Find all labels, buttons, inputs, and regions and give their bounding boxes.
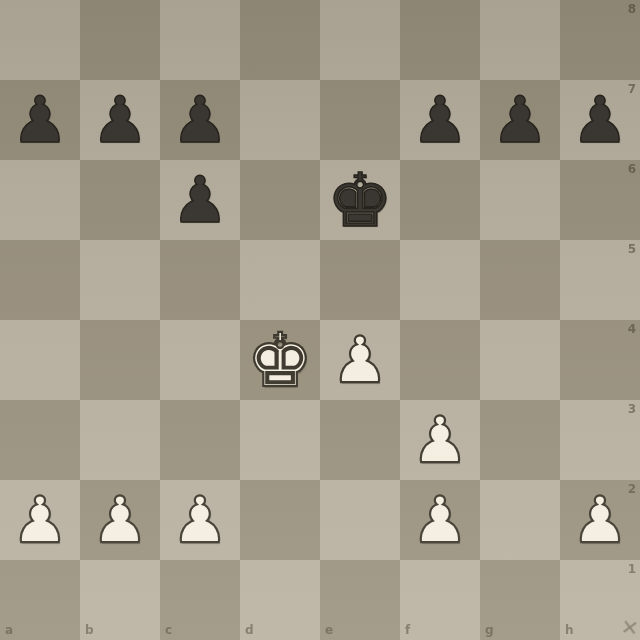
square-e1[interactable]: e (320, 560, 400, 640)
square-d8[interactable] (240, 0, 320, 80)
file-label-g: g (485, 623, 494, 637)
black-pawn[interactable]: ♟ (0, 80, 80, 160)
square-f3[interactable]: ♟ (400, 400, 480, 480)
square-h8[interactable]: 8 (560, 0, 640, 80)
square-d7[interactable] (240, 80, 320, 160)
square-e2[interactable] (320, 480, 400, 560)
square-c8[interactable] (160, 0, 240, 80)
square-a7[interactable]: ♟ (0, 80, 80, 160)
square-c6[interactable]: ♟ (160, 160, 240, 240)
square-g8[interactable] (480, 0, 560, 80)
file-label-h: h (565, 623, 574, 637)
square-f6[interactable] (400, 160, 480, 240)
square-h5[interactable]: 5 (560, 240, 640, 320)
square-g1[interactable]: g (480, 560, 560, 640)
white-pawn[interactable]: ♟ (400, 400, 480, 480)
square-a4[interactable] (0, 320, 80, 400)
square-g2[interactable] (480, 480, 560, 560)
white-pawn[interactable]: ♟ (160, 480, 240, 560)
square-d3[interactable] (240, 400, 320, 480)
square-a1[interactable]: a (0, 560, 80, 640)
square-b8[interactable] (80, 0, 160, 80)
square-b4[interactable] (80, 320, 160, 400)
rank-label-1: 1 (628, 562, 636, 576)
square-c5[interactable] (160, 240, 240, 320)
square-c1[interactable]: c (160, 560, 240, 640)
black-pawn[interactable]: ♟ (160, 160, 240, 240)
square-b2[interactable]: ♟ (80, 480, 160, 560)
square-f4[interactable] (400, 320, 480, 400)
square-d6[interactable] (240, 160, 320, 240)
file-label-e: e (325, 623, 333, 637)
black-king[interactable]: ♚ (320, 160, 400, 240)
square-c7[interactable]: ♟ (160, 80, 240, 160)
square-e7[interactable] (320, 80, 400, 160)
square-d2[interactable] (240, 480, 320, 560)
file-label-f: f (405, 623, 410, 637)
black-pawn[interactable]: ♟ (160, 80, 240, 160)
file-label-d: d (245, 623, 254, 637)
white-pawn[interactable]: ♟ (80, 480, 160, 560)
black-pawn[interactable]: ♟ (400, 80, 480, 160)
square-b5[interactable] (80, 240, 160, 320)
square-e5[interactable] (320, 240, 400, 320)
square-e3[interactable] (320, 400, 400, 480)
black-pawn[interactable]: ♟ (480, 80, 560, 160)
square-f1[interactable]: f (400, 560, 480, 640)
square-c2[interactable]: ♟ (160, 480, 240, 560)
chess-board: ✕ 8♟♟♟♟♟7♟♟♚65♚♟4♟3♟♟♟♟2♟abcdefg1h (0, 0, 640, 640)
square-f7[interactable]: ♟ (400, 80, 480, 160)
black-pawn[interactable]: ♟ (560, 80, 640, 160)
rank-label-4: 4 (628, 322, 636, 336)
rank-label-6: 6 (628, 162, 636, 176)
file-label-a: a (5, 623, 13, 637)
rank-label-3: 3 (628, 402, 636, 416)
square-e8[interactable] (320, 0, 400, 80)
square-a6[interactable] (0, 160, 80, 240)
square-h2[interactable]: 2♟ (560, 480, 640, 560)
rank-label-5: 5 (628, 242, 636, 256)
square-e4[interactable]: ♟ (320, 320, 400, 400)
white-pawn[interactable]: ♟ (560, 480, 640, 560)
square-a2[interactable]: ♟ (0, 480, 80, 560)
square-f5[interactable] (400, 240, 480, 320)
square-h3[interactable]: 3 (560, 400, 640, 480)
square-f8[interactable] (400, 0, 480, 80)
square-h4[interactable]: 4 (560, 320, 640, 400)
square-g3[interactable] (480, 400, 560, 480)
square-c3[interactable] (160, 400, 240, 480)
white-pawn[interactable]: ♟ (0, 480, 80, 560)
square-h1[interactable]: 1h (560, 560, 640, 640)
square-h7[interactable]: 7♟ (560, 80, 640, 160)
square-g7[interactable]: ♟ (480, 80, 560, 160)
square-a8[interactable] (0, 0, 80, 80)
black-pawn[interactable]: ♟ (80, 80, 160, 160)
square-d1[interactable]: d (240, 560, 320, 640)
square-h6[interactable]: 6 (560, 160, 640, 240)
square-g4[interactable] (480, 320, 560, 400)
square-d5[interactable] (240, 240, 320, 320)
square-g5[interactable] (480, 240, 560, 320)
square-a5[interactable] (0, 240, 80, 320)
square-b7[interactable]: ♟ (80, 80, 160, 160)
square-b6[interactable] (80, 160, 160, 240)
square-b3[interactable] (80, 400, 160, 480)
file-label-b: b (85, 623, 94, 637)
square-e6[interactable]: ♚ (320, 160, 400, 240)
square-a3[interactable] (0, 400, 80, 480)
square-c4[interactable] (160, 320, 240, 400)
square-d4[interactable]: ♚ (240, 320, 320, 400)
square-b1[interactable]: b (80, 560, 160, 640)
white-pawn[interactable]: ♟ (320, 320, 400, 400)
file-label-c: c (165, 623, 172, 637)
square-f2[interactable]: ♟ (400, 480, 480, 560)
square-g6[interactable] (480, 160, 560, 240)
white-pawn[interactable]: ♟ (400, 480, 480, 560)
rank-label-8: 8 (628, 2, 636, 16)
white-king[interactable]: ♚ (240, 320, 320, 400)
